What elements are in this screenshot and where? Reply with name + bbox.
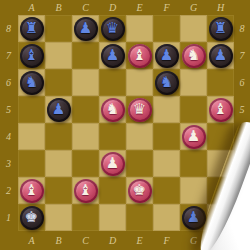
square-g6[interactable]	[180, 69, 207, 96]
square-e3[interactable]	[126, 150, 153, 177]
file-label-top-b: B	[45, 1, 72, 14]
square-b4[interactable]	[45, 123, 72, 150]
rank-label-right-7: 7	[235, 42, 249, 69]
square-g2[interactable]	[180, 177, 207, 204]
red-bishop-e7[interactable]: ♝	[128, 44, 152, 68]
board-sheet: AABBCCDDEEFFGGHH8877665544332211♜♟♛♜♝♟♝♟…	[0, 0, 250, 250]
red-king-e2[interactable]: ♚	[128, 179, 152, 203]
square-e8[interactable]	[126, 15, 153, 42]
bishop-glyph: ♝	[25, 183, 38, 198]
square-d4[interactable]	[99, 123, 126, 150]
file-label-top-d: D	[99, 1, 126, 14]
dark-queen-d8[interactable]: ♛	[101, 17, 125, 41]
queen-glyph: ♛	[106, 21, 119, 36]
red-knight-g7[interactable]: ♞	[182, 44, 206, 68]
square-f8[interactable]	[153, 15, 180, 42]
square-g3[interactable]	[180, 150, 207, 177]
square-a3[interactable]	[18, 150, 45, 177]
pawn-glyph: ♟	[79, 21, 92, 36]
king-glyph: ♚	[25, 210, 38, 225]
square-b1[interactable]	[45, 204, 72, 231]
square-d1[interactable]	[99, 204, 126, 231]
dark-knight-a6[interactable]: ♞	[20, 71, 44, 95]
king-glyph: ♚	[133, 183, 146, 198]
pawn-glyph: ♟	[160, 48, 173, 63]
bishop-glyph: ♝	[79, 183, 92, 198]
knight-glyph: ♞	[106, 102, 119, 117]
queen-glyph: ♛	[133, 102, 146, 117]
dark-pawn-f7[interactable]: ♟	[155, 44, 179, 68]
bishop-glyph: ♝	[25, 48, 38, 63]
file-label-bottom-b: B	[45, 233, 72, 248]
rook-glyph: ♜	[214, 21, 227, 36]
square-f2[interactable]	[153, 177, 180, 204]
file-label-top-e: E	[126, 1, 153, 14]
square-e1[interactable]	[126, 204, 153, 231]
dark-rook-a8[interactable]: ♜	[20, 17, 44, 41]
rank-label-left-4: 4	[0, 123, 17, 150]
dark-pawn-h7[interactable]: ♟	[209, 44, 233, 68]
pawn-glyph: ♟	[187, 210, 200, 225]
file-label-bottom-d: D	[99, 233, 126, 248]
square-f3[interactable]	[153, 150, 180, 177]
square-a4[interactable]	[18, 123, 45, 150]
knight-glyph: ♞	[187, 48, 200, 63]
pawn-glyph: ♟	[214, 48, 227, 63]
square-f4[interactable]	[153, 123, 180, 150]
red-bishop-c2[interactable]: ♝	[74, 179, 98, 203]
square-f5[interactable]	[153, 96, 180, 123]
file-label-top-g: G	[180, 1, 207, 14]
dark-pawn-d7[interactable]: ♟	[101, 44, 125, 68]
dark-pawn-b5[interactable]: ♟	[47, 98, 71, 122]
red-pawn-d3[interactable]: ♟	[101, 152, 125, 176]
file-label-bottom-c: C	[72, 233, 99, 248]
rank-label-left-1: 1	[0, 204, 17, 231]
square-b7[interactable]	[45, 42, 72, 69]
rank-label-left-5: 5	[0, 96, 17, 123]
square-c4[interactable]	[72, 123, 99, 150]
rank-label-right-8: 8	[235, 15, 249, 42]
rank-label-right-5: 5	[235, 96, 249, 123]
rank-label-left-3: 3	[0, 150, 17, 177]
square-g8[interactable]	[180, 15, 207, 42]
square-c6[interactable]	[72, 69, 99, 96]
red-pawn-g4[interactable]: ♟	[182, 125, 206, 149]
square-g5[interactable]	[180, 96, 207, 123]
square-c3[interactable]	[72, 150, 99, 177]
pawn-glyph: ♟	[52, 102, 65, 117]
red-queen-e5[interactable]: ♛	[128, 98, 152, 122]
square-f1[interactable]	[153, 204, 180, 231]
square-c7[interactable]	[72, 42, 99, 69]
board-screenshot: AABBCCDDEEFFGGHH8877665544332211♜♟♛♜♝♟♝♟…	[0, 0, 250, 250]
rank-label-right-6: 6	[235, 69, 249, 96]
file-label-bottom-e: E	[126, 233, 153, 248]
rank-label-left-2: 2	[0, 177, 17, 204]
square-c1[interactable]	[72, 204, 99, 231]
pawn-glyph: ♟	[187, 129, 200, 144]
pawn-glyph: ♟	[106, 48, 119, 63]
square-a5[interactable]	[18, 96, 45, 123]
dark-pawn-c8[interactable]: ♟	[74, 17, 98, 41]
square-c5[interactable]	[72, 96, 99, 123]
knight-glyph: ♞	[25, 75, 38, 90]
file-label-top-c: C	[72, 1, 99, 14]
square-b2[interactable]	[45, 177, 72, 204]
dark-rook-h8[interactable]: ♜	[209, 17, 233, 41]
square-e4[interactable]	[126, 123, 153, 150]
dark-bishop-a7[interactable]: ♝	[20, 44, 44, 68]
dark-pawn-g1[interactable]: ♟	[182, 206, 206, 230]
bishop-glyph: ♝	[214, 102, 227, 117]
dark-knight-f6[interactable]: ♞	[155, 71, 179, 95]
red-bishop-h5[interactable]: ♝	[209, 98, 233, 122]
rank-label-left-6: 6	[0, 69, 17, 96]
square-e6[interactable]	[126, 69, 153, 96]
square-b3[interactable]	[45, 150, 72, 177]
rook-glyph: ♜	[25, 21, 38, 36]
square-b6[interactable]	[45, 69, 72, 96]
file-label-bottom-f: F	[153, 233, 180, 248]
rank-label-left-7: 7	[0, 42, 17, 69]
rank-label-left-8: 8	[0, 15, 17, 42]
file-label-top-f: F	[153, 1, 180, 14]
file-label-bottom-a: A	[18, 233, 45, 248]
square-h6[interactable]	[207, 69, 234, 96]
red-knight-d5[interactable]: ♞	[101, 98, 125, 122]
file-label-top-h: H	[207, 1, 234, 14]
square-d6[interactable]	[99, 69, 126, 96]
pawn-glyph: ♟	[106, 156, 119, 171]
bishop-glyph: ♝	[133, 48, 146, 63]
knight-glyph: ♞	[160, 75, 173, 90]
file-label-top-a: A	[18, 1, 45, 14]
square-d2[interactable]	[99, 177, 126, 204]
dark-king-a1[interactable]: ♚	[20, 206, 44, 230]
square-b8[interactable]	[45, 15, 72, 42]
red-bishop-a2[interactable]: ♝	[20, 179, 44, 203]
